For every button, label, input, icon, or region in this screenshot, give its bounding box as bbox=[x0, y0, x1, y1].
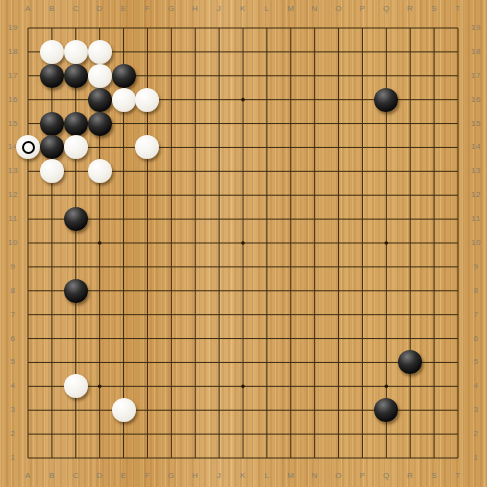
white-stone-C4 bbox=[64, 374, 88, 398]
row-label-right: 18 bbox=[471, 47, 481, 57]
row-label-left: 19 bbox=[8, 23, 18, 33]
row-label-right: 14 bbox=[471, 142, 481, 152]
column-label-bottom: S bbox=[431, 471, 437, 481]
row-label-right: 13 bbox=[471, 166, 481, 176]
row-label-right: 16 bbox=[471, 95, 481, 105]
column-label-top: S bbox=[431, 4, 437, 14]
column-label-bottom: N bbox=[312, 471, 318, 481]
column-label-bottom: C bbox=[73, 471, 79, 481]
white-stone-D17 bbox=[88, 64, 112, 88]
black-stone-C8 bbox=[64, 279, 88, 303]
column-label-bottom: A bbox=[25, 471, 31, 481]
column-label-bottom: B bbox=[49, 471, 55, 481]
row-label-left: 7 bbox=[11, 310, 16, 320]
column-label-bottom: G bbox=[168, 471, 175, 481]
row-label-right: 2 bbox=[474, 429, 479, 439]
star-point bbox=[385, 385, 389, 389]
row-label-left: 11 bbox=[8, 214, 17, 224]
column-label-top: E bbox=[121, 4, 127, 14]
row-label-right: 12 bbox=[471, 190, 481, 200]
white-stone-D13 bbox=[88, 159, 112, 183]
column-label-top: F bbox=[145, 4, 150, 14]
white-stone-E3 bbox=[112, 398, 136, 422]
column-label-top: H bbox=[192, 4, 198, 14]
column-label-bottom: Q bbox=[383, 471, 390, 481]
row-label-left: 13 bbox=[8, 166, 18, 176]
star-point bbox=[385, 241, 389, 245]
row-label-right: 8 bbox=[474, 286, 479, 296]
column-label-top: Q bbox=[383, 4, 390, 14]
row-label-right: 6 bbox=[474, 334, 479, 344]
column-label-top: O bbox=[335, 4, 342, 14]
column-label-top: M bbox=[287, 4, 294, 14]
column-label-top: G bbox=[168, 4, 175, 14]
row-label-right: 15 bbox=[471, 119, 481, 129]
row-label-left: 15 bbox=[8, 119, 18, 129]
black-stone-B15 bbox=[40, 112, 64, 136]
row-label-left: 8 bbox=[11, 286, 16, 296]
white-stone-D18 bbox=[88, 40, 112, 64]
black-stone-D15 bbox=[88, 112, 112, 136]
star-point bbox=[241, 241, 245, 245]
column-label-bottom: M bbox=[287, 471, 294, 481]
column-label-top: D bbox=[97, 4, 103, 14]
row-label-right: 17 bbox=[471, 71, 481, 81]
row-label-right: 9 bbox=[474, 262, 479, 272]
go-board[interactable]: AABBCCDDEEFFGGHHJJKKLLMMNNOOPPQQRRSSTT19… bbox=[0, 0, 487, 487]
row-label-left: 18 bbox=[8, 47, 18, 57]
column-label-bottom: O bbox=[335, 471, 342, 481]
column-label-top: L bbox=[264, 4, 269, 14]
column-label-bottom: T bbox=[455, 471, 460, 481]
star-point bbox=[98, 241, 102, 245]
row-label-left: 2 bbox=[11, 429, 16, 439]
white-stone-B18 bbox=[40, 40, 64, 64]
column-label-top: A bbox=[25, 4, 31, 14]
column-label-top: K bbox=[240, 4, 246, 14]
black-stone-Q16 bbox=[374, 88, 398, 112]
row-label-right: 19 bbox=[471, 23, 481, 33]
column-label-bottom: P bbox=[360, 471, 366, 481]
black-stone-B17 bbox=[40, 64, 64, 88]
column-label-bottom: E bbox=[121, 471, 127, 481]
column-label-bottom: R bbox=[407, 471, 413, 481]
row-label-right: 7 bbox=[474, 310, 479, 320]
column-label-top: B bbox=[49, 4, 55, 14]
star-point bbox=[241, 385, 245, 389]
column-label-top: J bbox=[217, 4, 222, 14]
column-label-top: C bbox=[73, 4, 79, 14]
column-label-bottom: F bbox=[145, 471, 150, 481]
star-point bbox=[241, 98, 245, 102]
black-stone-E17 bbox=[112, 64, 136, 88]
column-label-top: N bbox=[312, 4, 318, 14]
row-label-right: 3 bbox=[474, 405, 479, 415]
go-board-app: AABBCCDDEEFFGGHHJJKKLLMMNNOOPPQQRRSSTT19… bbox=[0, 0, 487, 487]
black-stone-C15 bbox=[64, 112, 88, 136]
row-label-right: 4 bbox=[474, 381, 479, 391]
column-label-top: R bbox=[407, 4, 413, 14]
row-label-right: 10 bbox=[471, 238, 481, 248]
row-label-left: 3 bbox=[11, 405, 16, 415]
column-label-bottom: D bbox=[97, 471, 103, 481]
white-stone-C18 bbox=[64, 40, 88, 64]
row-label-left: 17 bbox=[8, 71, 18, 81]
row-label-left: 5 bbox=[11, 357, 16, 367]
black-stone-C11 bbox=[64, 207, 88, 231]
black-stone-C17 bbox=[64, 64, 88, 88]
column-label-bottom: H bbox=[192, 471, 198, 481]
row-label-left: 12 bbox=[8, 190, 18, 200]
column-label-top: T bbox=[455, 4, 460, 14]
row-label-right: 1 bbox=[474, 453, 479, 463]
row-label-left: 9 bbox=[11, 262, 16, 272]
row-label-left: 10 bbox=[8, 238, 18, 248]
star-point bbox=[98, 385, 102, 389]
row-label-right: 5 bbox=[474, 357, 479, 367]
row-label-left: 1 bbox=[11, 453, 16, 463]
last-move-marker bbox=[22, 141, 35, 154]
column-label-bottom: K bbox=[240, 471, 246, 481]
column-label-top: P bbox=[360, 4, 366, 14]
white-stone-E16 bbox=[112, 88, 136, 112]
row-label-right: 11 bbox=[471, 214, 480, 224]
column-label-bottom: J bbox=[217, 471, 222, 481]
row-label-left: 6 bbox=[11, 334, 16, 344]
row-label-left: 16 bbox=[8, 95, 18, 105]
column-label-bottom: L bbox=[264, 471, 269, 481]
row-label-left: 4 bbox=[11, 381, 16, 391]
black-stone-D16 bbox=[88, 88, 112, 112]
white-stone-F16 bbox=[135, 88, 159, 112]
